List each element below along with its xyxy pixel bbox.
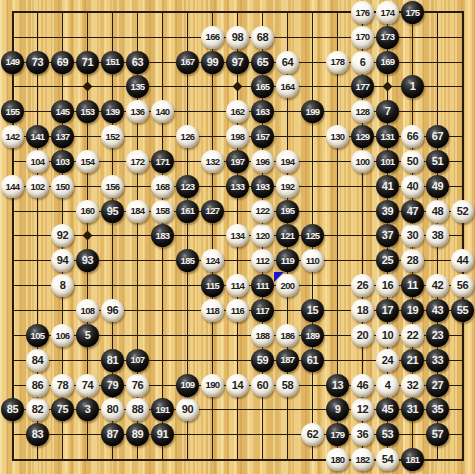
stone-white-180: 180	[326, 448, 349, 471]
stone-number: 7	[385, 106, 391, 117]
stone-number: 46	[357, 380, 368, 391]
stone-black-89: 89	[126, 423, 149, 446]
stone-number: 193	[255, 182, 269, 192]
stone-white-150: 150	[51, 175, 74, 198]
stone-number: 90	[182, 404, 193, 415]
stone-black-145: 145	[51, 100, 74, 123]
stone-black-187: 187	[276, 349, 299, 372]
stone-number: 60	[257, 380, 268, 391]
stone-number: 135	[130, 82, 144, 92]
stone-number: 13	[332, 380, 343, 391]
stone-number: 86	[32, 380, 43, 391]
stone-number: 176	[355, 8, 369, 18]
stone-white-76: 76	[126, 374, 149, 397]
stone-number: 121	[280, 231, 294, 241]
stone-black-81: 81	[101, 349, 124, 372]
stone-white-42: 42	[426, 274, 449, 297]
stone-black-63: 63	[126, 51, 149, 74]
stone-number: 139	[105, 107, 119, 117]
stone-number: 23	[432, 330, 443, 341]
stone-white-196: 196	[251, 150, 274, 173]
stone-number: 3	[85, 404, 91, 415]
stone-number: 89	[132, 429, 143, 440]
stone-number: 200	[280, 281, 294, 291]
stone-number: 11	[407, 280, 418, 291]
stone-number: 166	[205, 32, 219, 42]
stone-white-134: 134	[226, 224, 249, 247]
stone-black-95: 95	[101, 200, 124, 223]
stone-number: 111	[256, 281, 269, 291]
stone-number: 142	[5, 132, 19, 142]
stone-white-140: 140	[151, 100, 174, 123]
stone-number: 61	[307, 355, 318, 366]
stone-number: 103	[55, 157, 69, 167]
stone-white-102: 102	[26, 175, 49, 198]
stone-black-189: 189	[301, 324, 324, 347]
stone-white-160: 160	[76, 200, 99, 223]
stone-number: 191	[155, 405, 169, 415]
stone-number: 112	[256, 256, 270, 266]
stone-number: 162	[230, 107, 244, 117]
stone-number: 65	[257, 57, 268, 68]
stone-number: 184	[130, 206, 144, 216]
stone-white-190: 190	[201, 374, 224, 397]
stone-number: 168	[155, 182, 169, 192]
stone-number: 131	[380, 132, 394, 142]
stone-number: 119	[281, 256, 295, 266]
stone-white-158: 158	[151, 200, 174, 223]
stone-number: 180	[330, 455, 344, 465]
stone-number: 165	[255, 82, 269, 92]
stone-number: 14	[232, 380, 243, 391]
stone-number: 8	[60, 280, 66, 291]
stone-number: 161	[180, 206, 194, 216]
stone-white-4: 4	[376, 374, 399, 397]
stone-number: 109	[180, 380, 194, 390]
stone-number: 163	[255, 107, 269, 117]
stone-black-127: 127	[201, 200, 224, 223]
stone-number: 20	[357, 330, 368, 341]
stone-black-79: 79	[101, 374, 124, 397]
stone-number: 15	[307, 305, 318, 316]
stone-number: 97	[232, 57, 243, 68]
stone-black-19: 19	[401, 299, 424, 322]
stone-black-131: 131	[376, 125, 399, 148]
stone-white-98: 98	[226, 26, 249, 49]
stone-number: 194	[280, 157, 294, 167]
stone-number: 80	[107, 404, 118, 415]
stone-number: 31	[407, 404, 418, 415]
stone-white-88: 88	[126, 398, 149, 421]
stone-white-6: 6	[351, 51, 374, 74]
stone-white-96: 96	[101, 299, 124, 322]
stone-black-93: 93	[76, 249, 99, 272]
stone-number: 74	[82, 380, 93, 391]
stone-number: 183	[155, 231, 169, 241]
stone-black-179: 179	[326, 423, 349, 446]
stone-black-137: 137	[51, 125, 74, 148]
stone-number: 105	[30, 331, 44, 341]
stone-white-82: 82	[26, 398, 49, 421]
stone-white-64: 64	[276, 51, 299, 74]
last-move-marker	[274, 272, 284, 282]
stone-number: 51	[432, 156, 443, 167]
stone-number: 100	[355, 157, 369, 167]
stone-white-14: 14	[226, 374, 249, 397]
stone-number: 30	[407, 230, 418, 241]
stone-black-125: 125	[301, 224, 324, 247]
stone-number: 10	[382, 330, 393, 341]
stone-number: 64	[282, 57, 293, 68]
stone-white-130: 130	[326, 125, 349, 148]
stone-number: 149	[5, 57, 19, 67]
stone-number: 12	[357, 404, 368, 415]
stone-black-21: 21	[401, 349, 424, 372]
stone-number: 120	[255, 231, 269, 241]
stone-number: 33	[432, 355, 443, 366]
stone-black-103: 103	[51, 150, 74, 173]
stone-white-152: 152	[101, 125, 124, 148]
stone-black-75: 75	[51, 398, 74, 421]
stone-white-198: 198	[226, 125, 249, 148]
stone-black-45: 45	[376, 398, 399, 421]
stone-number: 198	[230, 132, 244, 142]
stone-white-50: 50	[401, 150, 424, 173]
stone-white-52: 52	[451, 200, 474, 223]
stone-white-30: 30	[401, 224, 424, 247]
stone-number: 87	[107, 429, 118, 440]
stone-black-135: 135	[126, 75, 149, 98]
stone-black-31: 31	[401, 398, 424, 421]
stone-black-25: 25	[376, 249, 399, 272]
stone-number: 98	[232, 32, 243, 43]
stone-black-43: 43	[426, 299, 449, 322]
stone-white-164: 164	[276, 75, 299, 98]
stone-number: 67	[432, 131, 443, 142]
stone-number: 178	[330, 57, 344, 67]
stone-white-68: 68	[251, 26, 274, 49]
stone-number: 122	[255, 206, 269, 216]
stone-black-65: 65	[251, 51, 274, 74]
stone-white-20: 20	[351, 324, 374, 347]
stone-white-182: 182	[351, 448, 374, 471]
stone-black-117: 117	[251, 299, 274, 322]
stone-number: 115	[206, 281, 220, 291]
stone-number: 171	[155, 157, 169, 167]
stone-black-153: 153	[76, 100, 99, 123]
stone-black-123: 123	[176, 175, 199, 198]
stone-number: 57	[432, 429, 443, 440]
stone-black-67: 67	[426, 125, 449, 148]
stone-white-126: 126	[176, 125, 199, 148]
stone-number: 6	[360, 57, 366, 68]
stone-number: 114	[231, 281, 245, 291]
stone-white-108: 108	[76, 299, 99, 322]
stone-black-185: 185	[176, 249, 199, 272]
stone-number: 182	[355, 455, 369, 465]
stone-number: 164	[280, 82, 294, 92]
stone-black-41: 41	[376, 175, 399, 198]
stone-black-23: 23	[426, 324, 449, 347]
stone-number: 104	[30, 157, 44, 167]
stone-number: 84	[32, 355, 43, 366]
stone-black-151: 151	[101, 51, 124, 74]
stone-black-107: 107	[126, 349, 149, 372]
stone-black-91: 91	[151, 423, 174, 446]
star-point	[233, 82, 243, 92]
stone-number: 92	[57, 230, 68, 241]
stone-number: 116	[231, 306, 245, 316]
stone-number: 186	[280, 331, 294, 341]
stone-black-1: 1	[401, 75, 424, 98]
stone-number: 66	[407, 131, 418, 142]
stone-number: 40	[407, 181, 418, 192]
stone-number: 127	[205, 206, 219, 216]
stone-number: 170	[355, 32, 369, 42]
go-board[interactable]: 1345678910111213141516171819202122232425…	[0, 0, 475, 474]
stone-white-32: 32	[401, 374, 424, 397]
stone-black-171: 171	[151, 150, 174, 173]
stone-black-9: 9	[326, 398, 349, 421]
stone-number: 173	[380, 32, 394, 42]
stone-number: 54	[382, 454, 393, 465]
stone-white-162: 162	[226, 100, 249, 123]
stone-white-188: 188	[251, 324, 274, 347]
stone-white-16: 16	[376, 274, 399, 297]
stone-number: 152	[105, 132, 119, 142]
stone-black-157: 157	[251, 125, 274, 148]
stone-number: 56	[457, 280, 468, 291]
stone-white-60: 60	[251, 374, 274, 397]
stone-white-58: 58	[276, 374, 299, 397]
stone-white-84: 84	[26, 349, 49, 372]
stone-white-154: 154	[76, 150, 99, 173]
stone-white-124: 124	[201, 249, 224, 272]
stone-black-119: 119	[276, 249, 299, 272]
stone-white-44: 44	[451, 249, 474, 272]
stone-black-69: 69	[51, 51, 74, 74]
stone-number: 132	[205, 157, 219, 167]
stone-number: 153	[80, 107, 94, 117]
stone-number: 136	[130, 107, 144, 117]
stone-black-99: 99	[201, 51, 224, 74]
stone-black-191: 191	[151, 398, 174, 421]
stone-number: 76	[132, 380, 143, 391]
stone-black-163: 163	[251, 100, 274, 123]
stone-white-136: 136	[126, 100, 149, 123]
stone-white-120: 120	[251, 224, 274, 247]
stone-white-22: 22	[401, 324, 424, 347]
stone-black-129: 129	[351, 125, 374, 148]
stone-black-109: 109	[176, 374, 199, 397]
stone-number: 17	[382, 305, 393, 316]
stone-black-111: 111	[251, 274, 274, 297]
stone-number: 177	[355, 82, 369, 92]
stone-black-53: 53	[376, 423, 399, 446]
stone-number: 99	[207, 57, 218, 68]
stone-number: 36	[357, 429, 368, 440]
stone-number: 108	[80, 306, 94, 316]
stone-black-85: 85	[1, 398, 24, 421]
stone-number: 5	[85, 330, 91, 341]
stone-number: 181	[405, 455, 419, 465]
stone-number: 110	[306, 256, 320, 266]
stone-white-192: 192	[276, 175, 299, 198]
stone-white-78: 78	[51, 374, 74, 397]
stone-number: 43	[432, 305, 443, 316]
stone-black-59: 59	[251, 349, 274, 372]
stone-white-12: 12	[351, 398, 374, 421]
stone-number: 45	[382, 404, 393, 415]
stone-number: 125	[305, 231, 319, 241]
stone-white-200: 200	[276, 274, 299, 297]
stone-white-36: 36	[351, 423, 374, 446]
stone-number: 126	[180, 132, 194, 142]
stone-number: 18	[357, 305, 368, 316]
stone-black-139: 139	[101, 100, 124, 123]
stone-black-55: 55	[451, 299, 474, 322]
stone-black-47: 47	[401, 200, 424, 223]
stone-number: 63	[132, 57, 143, 68]
stone-white-10: 10	[376, 324, 399, 347]
stone-number: 59	[257, 355, 268, 366]
stone-white-46: 46	[351, 374, 374, 397]
stone-number: 62	[307, 429, 318, 440]
stone-number: 167	[180, 57, 194, 67]
stone-black-3: 3	[76, 398, 99, 421]
stone-number: 155	[5, 107, 19, 117]
stone-black-193: 193	[251, 175, 274, 198]
stone-white-118: 118	[201, 299, 224, 322]
stone-white-54: 54	[376, 448, 399, 471]
stone-number: 124	[205, 256, 219, 266]
stone-number: 69	[57, 57, 68, 68]
stone-number: 71	[82, 57, 93, 68]
stone-black-165: 165	[251, 75, 274, 98]
stone-number: 53	[382, 429, 393, 440]
stone-number: 187	[280, 355, 294, 365]
stone-number: 68	[257, 32, 268, 43]
stone-number: 134	[230, 231, 244, 241]
stone-number: 101	[380, 157, 394, 167]
stone-black-49: 49	[426, 175, 449, 198]
stone-black-13: 13	[326, 374, 349, 397]
stone-black-61: 61	[301, 349, 324, 372]
stone-number: 91	[157, 429, 168, 440]
stone-white-194: 194	[276, 150, 299, 173]
stone-white-184: 184	[126, 200, 149, 223]
stone-number: 55	[457, 305, 468, 316]
stone-black-51: 51	[426, 150, 449, 173]
stone-white-40: 40	[401, 175, 424, 198]
stone-black-181: 181	[401, 448, 424, 471]
stone-number: 21	[407, 355, 418, 366]
stone-black-195: 195	[276, 200, 299, 223]
stone-number: 38	[432, 230, 443, 241]
stone-white-144: 144	[1, 175, 24, 198]
stone-white-56: 56	[451, 274, 474, 297]
stone-number: 137	[55, 132, 69, 142]
stone-number: 52	[457, 206, 468, 217]
stone-black-169: 169	[376, 51, 399, 74]
stone-number: 150	[55, 182, 69, 192]
stone-black-15: 15	[301, 299, 324, 322]
stone-black-197: 197	[226, 150, 249, 173]
stone-number: 144	[5, 182, 19, 192]
stone-number: 102	[30, 182, 44, 192]
stone-number: 24	[382, 355, 393, 366]
stone-black-73: 73	[26, 51, 49, 74]
stone-number: 27	[432, 380, 443, 391]
stone-white-18: 18	[351, 299, 374, 322]
stone-black-183: 183	[151, 224, 174, 247]
stone-black-101: 101	[376, 150, 399, 173]
stone-white-28: 28	[401, 249, 424, 272]
stone-number: 106	[55, 331, 69, 341]
stone-number: 188	[255, 331, 269, 341]
stone-number: 185	[180, 256, 194, 266]
stone-black-35: 35	[426, 398, 449, 421]
stone-number: 88	[132, 404, 143, 415]
stone-number: 47	[407, 206, 418, 217]
stone-number: 1	[410, 81, 416, 92]
stone-number: 19	[407, 305, 418, 316]
stone-number: 151	[105, 57, 119, 67]
stone-number: 42	[432, 280, 443, 291]
stone-white-104: 104	[26, 150, 49, 173]
stone-number: 157	[255, 132, 269, 142]
stone-black-37: 37	[376, 224, 399, 247]
stone-number: 117	[256, 306, 270, 316]
star-point	[383, 82, 393, 92]
stone-black-105: 105	[26, 324, 49, 347]
stone-white-178: 178	[326, 51, 349, 74]
stone-number: 140	[155, 107, 169, 117]
stone-black-5: 5	[76, 324, 99, 347]
stone-black-11: 11	[401, 274, 424, 297]
stone-number: 28	[407, 255, 418, 266]
stone-white-172: 172	[126, 150, 149, 173]
stone-black-83: 83	[26, 423, 49, 446]
stone-number: 141	[30, 132, 44, 142]
stone-white-100: 100	[351, 150, 374, 173]
stone-black-39: 39	[376, 200, 399, 223]
stone-white-62: 62	[301, 423, 324, 446]
stone-white-112: 112	[251, 249, 274, 272]
stone-number: 26	[357, 280, 368, 291]
stone-white-110: 110	[301, 249, 324, 272]
stone-white-80: 80	[101, 398, 124, 421]
stone-number: 107	[130, 355, 144, 365]
stone-number: 129	[355, 132, 369, 142]
stone-number: 41	[382, 181, 393, 192]
stone-white-90: 90	[176, 398, 199, 421]
stone-number: 197	[230, 157, 244, 167]
stone-white-132: 132	[201, 150, 224, 173]
stone-number: 81	[107, 355, 118, 366]
stone-number: 195	[280, 206, 294, 216]
stone-number: 189	[305, 331, 319, 341]
stone-black-173: 173	[376, 26, 399, 49]
stone-black-7: 7	[376, 100, 399, 123]
stone-white-168: 168	[151, 175, 174, 198]
stone-number: 93	[82, 255, 93, 266]
stone-black-177: 177	[351, 75, 374, 98]
stone-white-26: 26	[351, 274, 374, 297]
stone-white-116: 116	[226, 299, 249, 322]
stone-number: 50	[407, 156, 418, 167]
stone-white-74: 74	[76, 374, 99, 397]
